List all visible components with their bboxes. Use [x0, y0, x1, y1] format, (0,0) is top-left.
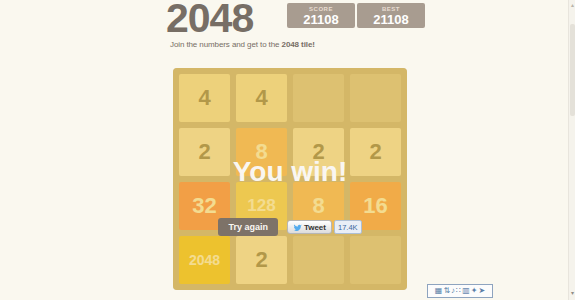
try-again-button[interactable]: Try again — [218, 218, 278, 236]
table-icon[interactable]: ▦ — [435, 287, 443, 295]
dots-icon[interactable]: ∷ — [456, 287, 461, 295]
browser-page: 2048 SCORE 21108 BEST 21108 Join the num… — [0, 0, 575, 300]
game-subtitle: Join the numbers and get to the 2048 til… — [170, 40, 315, 49]
score-box: SCORE 21108 — [287, 3, 355, 28]
updown-icon[interactable]: ⇅ — [443, 287, 450, 295]
score-value: 21108 — [303, 13, 338, 26]
win-message: You win! — [173, 156, 407, 188]
overlay-buttons: Try again Tweet 17.4K — [173, 218, 407, 236]
tweet-widget: Tweet 17.4K — [287, 220, 362, 234]
game-title: 2048 — [166, 0, 253, 36]
panel-icon[interactable]: ▥ — [462, 287, 470, 295]
subtitle-text: Join the numbers and get to the — [170, 40, 282, 49]
win-overlay: You win! Try again Tweet 17.4K — [173, 68, 407, 290]
twitter-bird-icon — [293, 223, 302, 232]
tweet-label: Tweet — [304, 223, 326, 232]
arrow-icon[interactable]: ➤ — [478, 287, 485, 295]
tweet-button[interactable]: Tweet — [287, 220, 332, 234]
note-icon[interactable]: ♪ — [451, 287, 455, 295]
scroll-down-icon[interactable]: ▾ — [569, 289, 575, 296]
best-box: BEST 21108 — [357, 3, 425, 28]
scoreboard: SCORE 21108 BEST 21108 — [287, 3, 425, 28]
game-board: 4428223212881620482 You win! Try again T… — [173, 68, 407, 290]
browser-statusbar: ▦⇅♪∷▥✦➤ — [427, 284, 493, 298]
tweet-count[interactable]: 17.4K — [334, 220, 362, 234]
best-value: 21108 — [373, 13, 408, 26]
subtitle-goal: 2048 tile! — [282, 40, 315, 49]
star-icon[interactable]: ✦ — [471, 287, 478, 295]
scroll-up-icon[interactable]: ▴ — [569, 1, 575, 8]
vertical-scrollbar[interactable]: ▴ ▾ — [568, 0, 575, 300]
scrollbar-thumb[interactable] — [570, 24, 575, 116]
